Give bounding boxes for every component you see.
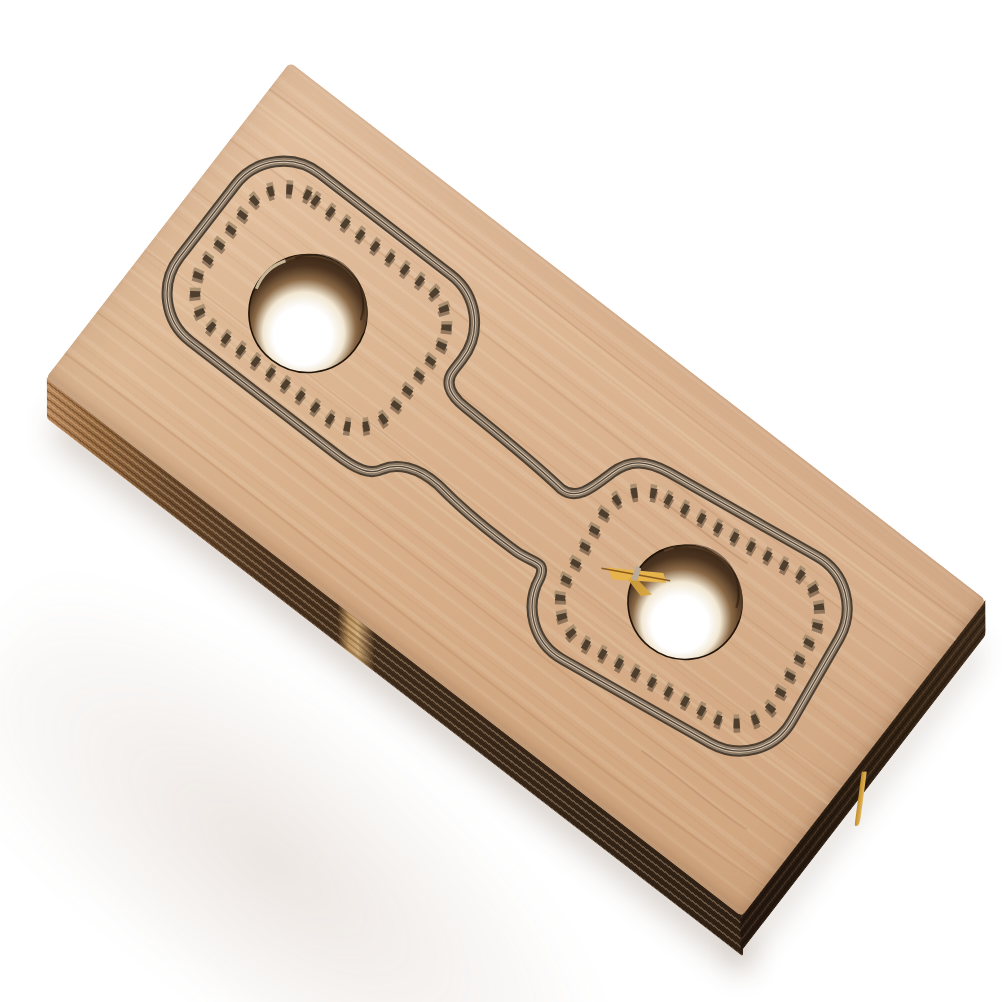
grain-fleck [642, 750, 746, 831]
grain-streak [257, 102, 956, 643]
hole-right [605, 521, 766, 682]
photo-stage [0, 0, 1002, 1002]
grain-streak [230, 135, 930, 678]
grain-streak [268, 87, 967, 629]
edge-splinter [854, 771, 866, 826]
hole-left [225, 230, 391, 397]
